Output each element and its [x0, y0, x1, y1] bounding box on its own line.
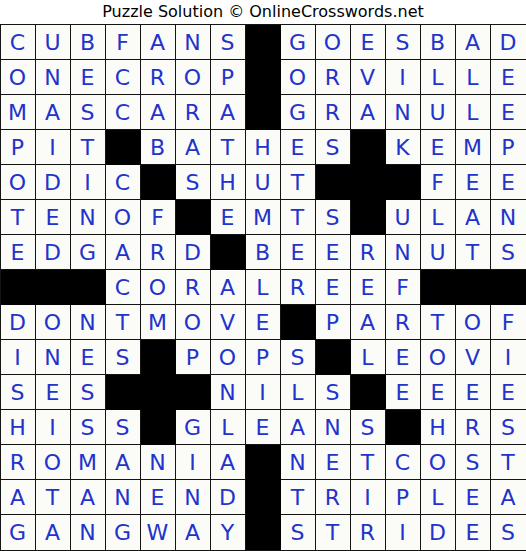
letter-cell: S: [386, 25, 421, 60]
letter-cell: G: [106, 515, 141, 550]
letter-cell: T: [106, 305, 141, 340]
letter-cell: E: [421, 375, 456, 410]
letter-cell: L: [421, 200, 456, 235]
letter-cell: P: [316, 305, 351, 340]
letter-cell: A: [211, 445, 246, 480]
letter-cell: N: [491, 200, 526, 235]
letter-cell: S: [71, 95, 106, 130]
block-cell: [246, 515, 281, 550]
letter-cell: O: [281, 60, 316, 95]
letter-cell: A: [1, 480, 36, 515]
letter-cell: E: [1, 235, 36, 270]
letter-cell: E: [141, 480, 176, 515]
letter-cell: C: [106, 95, 141, 130]
letter-cell: P: [491, 130, 526, 165]
letter-cell: D: [491, 25, 526, 60]
letter-cell: T: [211, 130, 246, 165]
letter-cell: A: [456, 200, 491, 235]
page-title: Puzzle Solution © OnlineCrosswords.net: [0, 0, 526, 24]
letter-cell: O: [36, 445, 71, 480]
letter-cell: E: [351, 270, 386, 305]
letter-cell: Y: [211, 515, 246, 550]
letter-cell: O: [456, 305, 491, 340]
letter-cell: O: [1, 60, 36, 95]
letter-cell: T: [421, 305, 456, 340]
letter-cell: R: [141, 235, 176, 270]
letter-cell: E: [491, 165, 526, 200]
letter-cell: A: [176, 515, 211, 550]
letter-cell: A: [351, 95, 386, 130]
letter-cell: S: [281, 515, 316, 550]
letter-cell: I: [491, 340, 526, 375]
letter-cell: E: [456, 480, 491, 515]
letter-cell: E: [456, 515, 491, 550]
letter-cell: A: [281, 410, 316, 445]
letter-cell: O: [316, 25, 351, 60]
block-cell: [36, 270, 71, 305]
letter-cell: I: [36, 410, 71, 445]
letter-cell: C: [106, 60, 141, 95]
letter-cell: E: [386, 340, 421, 375]
letter-cell: L: [246, 270, 281, 305]
letter-cell: N: [71, 515, 106, 550]
letter-cell: P: [1, 130, 36, 165]
letter-cell: A: [211, 95, 246, 130]
letter-cell: N: [211, 375, 246, 410]
letter-cell: O: [176, 60, 211, 95]
letter-cell: R: [351, 235, 386, 270]
letter-cell: L: [421, 60, 456, 95]
block-cell: [176, 200, 211, 235]
letter-cell: N: [71, 305, 106, 340]
block-cell: [211, 235, 246, 270]
letter-cell: R: [316, 60, 351, 95]
letter-cell: E: [491, 60, 526, 95]
letter-cell: N: [386, 95, 421, 130]
letter-cell: N: [71, 200, 106, 235]
letter-cell: E: [36, 375, 71, 410]
letter-cell: C: [386, 445, 421, 480]
letter-cell: T: [281, 480, 316, 515]
block-cell: [106, 130, 141, 165]
letter-cell: R: [281, 270, 316, 305]
letter-cell: A: [211, 270, 246, 305]
letter-cell: L: [351, 340, 386, 375]
letter-cell: C: [106, 270, 141, 305]
letter-cell: P: [386, 480, 421, 515]
block-cell: [351, 200, 386, 235]
letter-cell: N: [176, 25, 211, 60]
letter-cell: S: [316, 375, 351, 410]
letter-cell: R: [1, 445, 36, 480]
letter-cell: S: [176, 165, 211, 200]
letter-cell: S: [71, 410, 106, 445]
letter-cell: G: [71, 235, 106, 270]
letter-cell: E: [351, 25, 386, 60]
letter-cell: B: [421, 25, 456, 60]
letter-cell: T: [281, 165, 316, 200]
letter-cell: L: [456, 60, 491, 95]
letter-cell: R: [316, 95, 351, 130]
letter-cell: R: [386, 305, 421, 340]
letter-cell: S: [71, 375, 106, 410]
letter-cell: T: [316, 515, 351, 550]
letter-cell: N: [36, 60, 71, 95]
block-cell: [1, 270, 36, 305]
letter-cell: C: [1, 25, 36, 60]
letter-cell: G: [176, 410, 211, 445]
letter-cell: A: [106, 235, 141, 270]
letter-cell: H: [211, 165, 246, 200]
letter-cell: U: [246, 165, 281, 200]
letter-cell: F: [421, 165, 456, 200]
block-cell: [141, 165, 176, 200]
block-cell: [106, 375, 141, 410]
letter-cell: U: [386, 200, 421, 235]
letter-cell: S: [106, 340, 141, 375]
letter-cell: E: [246, 305, 281, 340]
block-cell: [246, 95, 281, 130]
letter-cell: E: [281, 235, 316, 270]
letter-cell: N: [316, 410, 351, 445]
letter-cell: G: [281, 25, 316, 60]
letter-cell: N: [36, 340, 71, 375]
letter-cell: A: [351, 305, 386, 340]
letter-cell: V: [456, 340, 491, 375]
letter-cell: L: [281, 375, 316, 410]
block-cell: [141, 340, 176, 375]
letter-cell: A: [456, 25, 491, 60]
letter-cell: F: [106, 25, 141, 60]
letter-cell: B: [141, 130, 176, 165]
letter-cell: I: [386, 60, 421, 95]
letter-cell: E: [316, 235, 351, 270]
letter-cell: M: [141, 305, 176, 340]
letter-cell: R: [176, 95, 211, 130]
letter-cell: D: [1, 305, 36, 340]
block-cell: [386, 410, 421, 445]
letter-cell: V: [211, 305, 246, 340]
letter-cell: M: [71, 445, 106, 480]
letter-cell: G: [281, 95, 316, 130]
letter-cell: S: [351, 410, 386, 445]
letter-cell: E: [71, 340, 106, 375]
letter-cell: S: [106, 410, 141, 445]
letter-cell: F: [141, 200, 176, 235]
letter-cell: W: [141, 515, 176, 550]
letter-cell: L: [421, 480, 456, 515]
block-cell: [246, 25, 281, 60]
block-cell: [421, 270, 456, 305]
letter-cell: H: [421, 410, 456, 445]
letter-cell: O: [141, 270, 176, 305]
letter-cell: E: [456, 165, 491, 200]
block-cell: [246, 480, 281, 515]
letter-cell: H: [1, 410, 36, 445]
letter-cell: D: [421, 515, 456, 550]
letter-cell: I: [386, 515, 421, 550]
block-cell: [351, 165, 386, 200]
letter-cell: S: [491, 410, 526, 445]
letter-cell: I: [1, 340, 36, 375]
letter-cell: E: [386, 375, 421, 410]
letter-cell: D: [36, 235, 71, 270]
block-cell: [386, 165, 421, 200]
letter-cell: P: [176, 340, 211, 375]
letter-cell: R: [316, 480, 351, 515]
letter-cell: O: [421, 340, 456, 375]
letter-cell: A: [36, 95, 71, 130]
letter-cell: I: [71, 165, 106, 200]
letter-cell: R: [351, 515, 386, 550]
letter-cell: U: [421, 95, 456, 130]
letter-cell: H: [246, 130, 281, 165]
letter-cell: A: [141, 95, 176, 130]
letter-cell: N: [281, 445, 316, 480]
letter-cell: A: [36, 515, 71, 550]
letter-cell: T: [36, 480, 71, 515]
letter-cell: I: [176, 445, 211, 480]
letter-cell: P: [211, 60, 246, 95]
letter-cell: T: [1, 200, 36, 235]
letter-cell: G: [1, 515, 36, 550]
letter-cell: E: [36, 200, 71, 235]
block-cell: [351, 130, 386, 165]
letter-cell: A: [176, 130, 211, 165]
letter-cell: O: [421, 445, 456, 480]
block-cell: [456, 270, 491, 305]
letter-cell: M: [246, 200, 281, 235]
letter-cell: E: [316, 445, 351, 480]
letter-cell: A: [106, 445, 141, 480]
letter-cell: T: [351, 445, 386, 480]
letter-cell: E: [71, 60, 106, 95]
letter-cell: E: [491, 95, 526, 130]
block-cell: [281, 305, 316, 340]
block-cell: [246, 60, 281, 95]
letter-cell: R: [141, 60, 176, 95]
letter-cell: M: [456, 130, 491, 165]
letter-cell: E: [281, 130, 316, 165]
letter-cell: S: [491, 515, 526, 550]
letter-cell: B: [71, 25, 106, 60]
block-cell: [71, 270, 106, 305]
puzzle-solution-page: Puzzle Solution © OnlineCrosswords.net C…: [0, 0, 526, 551]
block-cell: [316, 340, 351, 375]
letter-cell: V: [351, 60, 386, 95]
letter-cell: I: [246, 375, 281, 410]
block-cell: [316, 165, 351, 200]
letter-cell: I: [351, 480, 386, 515]
letter-cell: E: [316, 270, 351, 305]
letter-cell: U: [36, 25, 71, 60]
letter-cell: S: [456, 445, 491, 480]
letter-cell: E: [456, 375, 491, 410]
letter-cell: S: [281, 340, 316, 375]
block-cell: [141, 375, 176, 410]
letter-cell: O: [106, 200, 141, 235]
letter-cell: F: [491, 305, 526, 340]
letter-cell: D: [211, 480, 246, 515]
letter-cell: N: [106, 480, 141, 515]
block-cell: [246, 445, 281, 480]
letter-cell: T: [491, 445, 526, 480]
letter-cell: K: [386, 130, 421, 165]
letter-cell: M: [1, 95, 36, 130]
letter-cell: N: [176, 480, 211, 515]
letter-cell: N: [141, 445, 176, 480]
letter-cell: T: [71, 130, 106, 165]
letter-cell: O: [1, 165, 36, 200]
block-cell: [491, 270, 526, 305]
letter-cell: E: [211, 200, 246, 235]
letter-cell: F: [386, 270, 421, 305]
letter-cell: A: [491, 480, 526, 515]
crossword-grid: CUBFANSGOESBADONECROPORVILLEMASCARAGRANU…: [0, 24, 526, 551]
letter-cell: E: [421, 130, 456, 165]
letter-cell: O: [211, 340, 246, 375]
letter-cell: B: [246, 235, 281, 270]
letter-cell: I: [36, 130, 71, 165]
letter-cell: S: [1, 375, 36, 410]
letter-cell: C: [106, 165, 141, 200]
letter-cell: E: [491, 375, 526, 410]
letter-cell: E: [246, 410, 281, 445]
letter-cell: O: [36, 305, 71, 340]
letter-cell: S: [491, 235, 526, 270]
block-cell: [351, 375, 386, 410]
letter-cell: D: [176, 235, 211, 270]
letter-cell: N: [386, 235, 421, 270]
letter-cell: O: [176, 305, 211, 340]
letter-cell: A: [71, 480, 106, 515]
letter-cell: R: [176, 270, 211, 305]
letter-cell: R: [456, 410, 491, 445]
letter-cell: P: [246, 340, 281, 375]
letter-cell: U: [421, 235, 456, 270]
letter-cell: L: [211, 410, 246, 445]
letter-cell: S: [211, 25, 246, 60]
block-cell: [176, 375, 211, 410]
letter-cell: T: [281, 200, 316, 235]
letter-cell: S: [316, 130, 351, 165]
letter-cell: A: [141, 25, 176, 60]
letter-cell: S: [316, 200, 351, 235]
block-cell: [141, 410, 176, 445]
letter-cell: D: [36, 165, 71, 200]
letter-cell: T: [456, 235, 491, 270]
letter-cell: L: [456, 95, 491, 130]
